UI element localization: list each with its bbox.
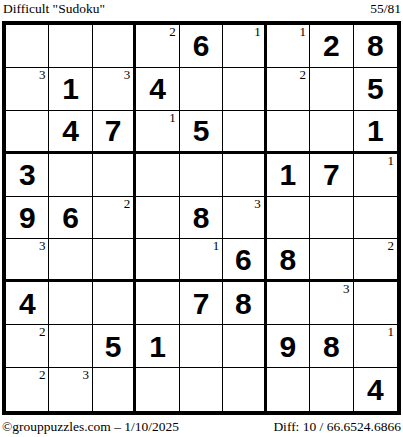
given-digit: 7 [180,282,222,324]
given-digit: 8 [354,25,397,67]
pencil-mark: 3 [82,368,89,382]
pencil-mark: 3 [254,197,261,211]
cell-r3c1[interactable] [6,111,49,154]
cell-r4c1[interactable]: 3 [6,154,49,197]
pencil-mark: 3 [124,68,131,82]
cell-r5c2[interactable]: 6 [49,197,92,240]
cell-r5c7[interactable] [267,197,310,240]
cell-r1c3[interactable] [93,25,136,68]
cell-r7c9[interactable] [354,282,397,325]
puzzle-title: Difficult "Sudoku" [3,1,105,17]
cell-r1c2[interactable] [49,25,92,68]
cell-r3c6[interactable] [223,111,266,154]
given-digit: 4 [6,282,48,324]
pencil-mark: 2 [39,368,46,382]
cell-r7c5[interactable]: 7 [180,282,223,325]
cell-r2c4[interactable]: 4 [136,68,179,111]
cell-r3c9[interactable]: 1 [354,111,397,154]
pencil-mark: 3 [343,282,350,296]
cell-r9c1[interactable]: 2 [6,368,49,411]
given-digit: 8 [223,282,263,324]
given-digit: 7 [93,111,133,151]
cell-r3c4[interactable]: 1 [136,111,179,154]
pencil-mark: 1 [254,25,261,39]
given-digit: 4 [354,368,397,411]
cell-r9c7[interactable] [267,368,310,411]
pencil-mark: 2 [39,325,46,339]
cell-r2c8[interactable] [310,68,353,111]
cell-r7c3[interactable] [93,282,136,325]
cell-r4c3[interactable] [93,154,136,197]
cell-r4c7[interactable]: 1 [267,154,310,197]
cell-r4c9[interactable]: 1 [354,154,397,197]
cell-r9c4[interactable] [136,368,179,411]
given-digit: 1 [354,111,397,151]
cell-r7c1[interactable]: 4 [6,282,49,325]
given-digit: 6 [223,239,263,279]
cell-r8c5[interactable] [180,325,223,368]
cell-r9c6[interactable] [223,368,266,411]
page-header: Difficult "Sudoku" 55/81 [3,1,401,17]
cell-r2c6[interactable] [223,68,266,111]
cell-r4c6[interactable] [223,154,266,197]
cells-remaining-counter: 55/81 [370,1,401,17]
cell-r3c8[interactable] [310,111,353,154]
cell-r8c4[interactable]: 1 [136,325,179,368]
given-digit: 8 [180,197,222,239]
given-digit: 6 [49,197,91,239]
given-digit: 9 [6,197,48,239]
cell-r6c6[interactable]: 6 [223,239,266,282]
cell-r3c7[interactable] [267,111,310,154]
given-digit: 1 [136,325,178,367]
cell-r3c5[interactable]: 5 [180,111,223,154]
cell-r1c7[interactable]: 1 [267,25,310,68]
cell-r7c2[interactable] [49,282,92,325]
cell-r1c9[interactable]: 8 [354,25,397,68]
cell-r8c8[interactable]: 8 [310,325,353,368]
cell-r6c3[interactable] [93,239,136,282]
cell-r8c3[interactable]: 5 [93,325,136,368]
given-digit: 5 [354,68,397,110]
given-digit: 6 [180,25,222,67]
cell-r2c7[interactable]: 2 [267,68,310,111]
cell-r8c1[interactable]: 2 [6,325,49,368]
page-footer: ©grouppuzzles.com – 1/10/2025 Diff: 10 /… [2,419,401,435]
cell-r9c2[interactable]: 3 [49,368,92,411]
given-digit: 3 [6,154,48,196]
cell-r2c9[interactable]: 5 [354,68,397,111]
cell-r2c1[interactable]: 3 [6,68,49,111]
cell-r5c8[interactable] [310,197,353,240]
cell-r6c4[interactable] [136,239,179,282]
given-digit: 9 [267,325,309,367]
cell-r4c8[interactable]: 7 [310,154,353,197]
pencil-mark: 2 [169,25,176,39]
difficulty-stats: Diff: 10 / 66.6524.6866 [273,419,401,435]
cell-r6c1[interactable]: 3 [6,239,49,282]
cell-r3c3[interactable]: 7 [93,111,136,154]
copyright-date: ©grouppuzzles.com – 1/10/2025 [2,419,179,435]
cell-r5c3[interactable]: 2 [93,197,136,240]
given-digit: 2 [310,25,352,67]
given-digit: 8 [267,239,309,279]
cell-r5c1[interactable]: 9 [6,197,49,240]
pencil-mark: 1 [387,154,394,168]
cell-r4c5[interactable] [180,154,223,197]
cell-r1c6[interactable]: 1 [223,25,266,68]
pencil-mark: 2 [300,68,307,82]
cell-r6c8[interactable] [310,239,353,282]
cell-r5c6[interactable]: 3 [223,197,266,240]
pencil-mark: 2 [387,239,394,253]
cell-r1c1[interactable] [6,25,49,68]
cell-r7c8[interactable]: 3 [310,282,353,325]
cell-r1c8[interactable]: 2 [310,25,353,68]
cell-r2c2[interactable]: 1 [49,68,92,111]
cell-r4c4[interactable] [136,154,179,197]
sudoku-board: 2611283134254715131719628331682478325198… [2,21,401,415]
pencil-mark: 1 [169,111,176,125]
cell-r8c7[interactable]: 9 [267,325,310,368]
cell-r7c7[interactable] [267,282,310,325]
pencil-mark: 3 [39,239,46,253]
cell-r3c2[interactable]: 4 [49,111,92,154]
given-digit: 4 [136,68,178,110]
given-digit: 5 [93,325,133,367]
cell-r2c5[interactable] [180,68,223,111]
cell-r2c3[interactable]: 3 [93,68,136,111]
cell-r9c9[interactable]: 4 [354,368,397,411]
cell-r5c9[interactable] [354,197,397,240]
cell-r7c6[interactable]: 8 [223,282,266,325]
cell-r6c9[interactable]: 2 [354,239,397,282]
pencil-mark: 3 [39,68,46,82]
pencil-mark: 1 [387,325,394,339]
cell-r8c2[interactable] [49,325,92,368]
pencil-mark: 2 [124,197,131,211]
given-digit: 4 [49,111,91,151]
given-digit: 8 [310,325,352,367]
cell-r8c6[interactable] [223,325,266,368]
given-digit: 1 [267,154,309,196]
pencil-mark: 1 [300,25,307,39]
given-digit: 5 [180,111,222,151]
pencil-mark: 1 [213,239,220,253]
cell-r5c4[interactable] [136,197,179,240]
cell-r7c4[interactable] [136,282,179,325]
given-digit: 7 [310,154,352,196]
cell-r1c4[interactable]: 2 [136,25,179,68]
cell-r9c8[interactable] [310,368,353,411]
cell-r6c5[interactable]: 1 [180,239,223,282]
cell-r5c5[interactable]: 8 [180,197,223,240]
given-digit: 1 [49,68,91,110]
cell-r1c5[interactable]: 6 [180,25,223,68]
cell-r9c3[interactable] [93,368,136,411]
cell-r4c2[interactable] [49,154,92,197]
cell-r6c7[interactable]: 8 [267,239,310,282]
cell-r8c9[interactable]: 1 [354,325,397,368]
cell-r6c2[interactable] [49,239,92,282]
cell-r9c5[interactable] [180,368,223,411]
